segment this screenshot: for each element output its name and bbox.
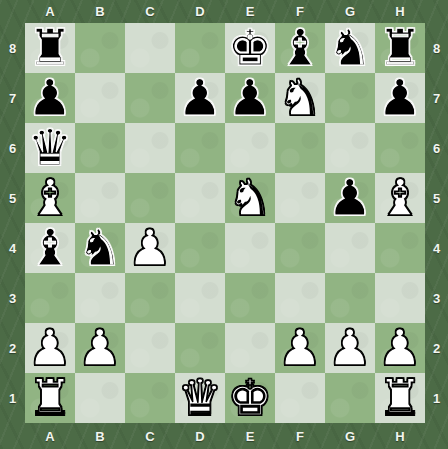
square-b2[interactable]: ♟︎: [75, 323, 125, 373]
white-bishop[interactable]: ♝︎: [378, 173, 423, 223]
file-label-c-top: C: [125, 0, 175, 23]
square-g8[interactable]: ♞︎: [325, 23, 375, 73]
square-g2[interactable]: ♟︎: [325, 323, 375, 373]
square-d7[interactable]: ♟︎: [175, 73, 225, 123]
square-e3[interactable]: [225, 273, 275, 323]
square-f8[interactable]: ♝︎: [275, 23, 325, 73]
square-c3[interactable]: [125, 273, 175, 323]
square-c8[interactable]: [125, 23, 175, 73]
black-pawn[interactable]: ♟︎: [228, 73, 273, 123]
square-c5[interactable]: [125, 173, 175, 223]
square-d3[interactable]: [175, 273, 225, 323]
black-pawn[interactable]: ♟︎: [378, 73, 423, 123]
square-a7[interactable]: ♟︎: [25, 73, 75, 123]
square-f2[interactable]: ♟︎: [275, 323, 325, 373]
square-d5[interactable]: [175, 173, 225, 223]
black-pawn[interactable]: ♟︎: [328, 173, 373, 223]
white-pawn[interactable]: ♟︎: [28, 323, 73, 373]
square-c2[interactable]: [125, 323, 175, 373]
file-label-d-top: D: [175, 0, 225, 23]
square-d4[interactable]: [175, 223, 225, 273]
black-knight[interactable]: ♞︎: [78, 223, 123, 273]
square-b7[interactable]: [75, 73, 125, 123]
black-rook[interactable]: ♜︎: [378, 23, 423, 73]
black-king[interactable]: ♚︎: [228, 23, 273, 73]
square-h1[interactable]: ♜︎: [375, 373, 425, 423]
chessboard: ABCDEFGH8♜︎♚︎♝︎♞︎♜︎87♟︎♟︎♟︎♞︎♟︎76♛︎65♝︎♞…: [0, 0, 448, 449]
white-knight[interactable]: ♞︎: [278, 73, 323, 123]
rank-label-2-right: 2: [425, 323, 448, 373]
square-a1[interactable]: ♜︎: [25, 373, 75, 423]
rank-label-7-right: 7: [425, 73, 448, 123]
square-b6[interactable]: [75, 123, 125, 173]
square-b8[interactable]: [75, 23, 125, 73]
white-rook[interactable]: ♜︎: [28, 373, 73, 423]
rank-label-5-right: 5: [425, 173, 448, 223]
square-h4[interactable]: [375, 223, 425, 273]
black-knight[interactable]: ♞︎: [328, 23, 373, 73]
square-e6[interactable]: [225, 123, 275, 173]
square-g3[interactable]: [325, 273, 375, 323]
square-a4[interactable]: ♝︎: [25, 223, 75, 273]
rank-label-1-right: 1: [425, 373, 448, 423]
rank-label-6-left: 6: [0, 123, 25, 173]
square-g7[interactable]: [325, 73, 375, 123]
white-king[interactable]: ♚︎: [228, 373, 273, 423]
square-b3[interactable]: [75, 273, 125, 323]
rank-label-6-right: 6: [425, 123, 448, 173]
frame-corner: [425, 423, 448, 449]
square-d8[interactable]: [175, 23, 225, 73]
square-h5[interactable]: ♝︎: [375, 173, 425, 223]
white-rook[interactable]: ♜︎: [378, 373, 423, 423]
frame-corner: [0, 423, 25, 449]
square-h6[interactable]: [375, 123, 425, 173]
square-g1[interactable]: [325, 373, 375, 423]
white-pawn[interactable]: ♟︎: [278, 323, 323, 373]
square-c4[interactable]: ♟︎: [125, 223, 175, 273]
frame-corner: [425, 0, 448, 23]
square-e1[interactable]: ♚︎: [225, 373, 275, 423]
black-bishop[interactable]: ♝︎: [28, 223, 73, 273]
square-f4[interactable]: [275, 223, 325, 273]
square-h3[interactable]: [375, 273, 425, 323]
white-queen[interactable]: ♛︎: [178, 373, 223, 423]
rank-label-2-left: 2: [0, 323, 25, 373]
rank-label-5-left: 5: [0, 173, 25, 223]
file-label-b-top: B: [75, 0, 125, 23]
square-d6[interactable]: [175, 123, 225, 173]
square-h8[interactable]: ♜︎: [375, 23, 425, 73]
square-d2[interactable]: [175, 323, 225, 373]
white-pawn[interactable]: ♟︎: [128, 223, 173, 273]
square-a2[interactable]: ♟︎: [25, 323, 75, 373]
square-g5[interactable]: ♟︎: [325, 173, 375, 223]
rank-label-8-right: 8: [425, 23, 448, 73]
square-e2[interactable]: [225, 323, 275, 373]
square-a3[interactable]: [25, 273, 75, 323]
square-b1[interactable]: [75, 373, 125, 423]
square-d1[interactable]: ♛︎: [175, 373, 225, 423]
black-bishop[interactable]: ♝︎: [278, 23, 323, 73]
square-a8[interactable]: ♜︎: [25, 23, 75, 73]
rank-label-3-right: 3: [425, 273, 448, 323]
white-pawn[interactable]: ♟︎: [378, 323, 423, 373]
square-e4[interactable]: [225, 223, 275, 273]
square-a6[interactable]: ♛︎: [25, 123, 75, 173]
rank-label-7-left: 7: [0, 73, 25, 123]
square-b5[interactable]: [75, 173, 125, 223]
white-knight[interactable]: ♞︎: [228, 173, 273, 223]
file-label-g-bottom: G: [325, 423, 375, 449]
square-f5[interactable]: [275, 173, 325, 223]
file-label-f-bottom: F: [275, 423, 325, 449]
square-f3[interactable]: [275, 273, 325, 323]
rank-label-3-left: 3: [0, 273, 25, 323]
square-e7[interactable]: ♟︎: [225, 73, 275, 123]
black-pawn[interactable]: ♟︎: [178, 73, 223, 123]
black-pawn[interactable]: ♟︎: [28, 73, 73, 123]
white-pawn[interactable]: ♟︎: [78, 323, 123, 373]
rank-label-1-left: 1: [0, 373, 25, 423]
square-g6[interactable]: [325, 123, 375, 173]
square-g4[interactable]: [325, 223, 375, 273]
black-rook[interactable]: ♜︎: [28, 23, 73, 73]
rank-label-4-left: 4: [0, 223, 25, 273]
file-label-c-bottom: C: [125, 423, 175, 449]
white-bishop[interactable]: ♝︎: [28, 173, 73, 223]
frame-corner: [0, 0, 25, 23]
rank-label-4-right: 4: [425, 223, 448, 273]
rank-label-8-left: 8: [0, 23, 25, 73]
white-pawn[interactable]: ♟︎: [328, 323, 373, 373]
square-f1[interactable]: [275, 373, 325, 423]
square-h2[interactable]: ♟︎: [375, 323, 425, 373]
file-label-b-bottom: B: [75, 423, 125, 449]
square-e8[interactable]: ♚︎: [225, 23, 275, 73]
black-queen[interactable]: ♛︎: [28, 123, 73, 173]
square-e5[interactable]: ♞︎: [225, 173, 275, 223]
square-c1[interactable]: [125, 373, 175, 423]
square-f6[interactable]: [275, 123, 325, 173]
square-b4[interactable]: ♞︎: [75, 223, 125, 273]
square-c7[interactable]: [125, 73, 175, 123]
square-h7[interactable]: ♟︎: [375, 73, 425, 123]
square-f7[interactable]: ♞︎: [275, 73, 325, 123]
square-c6[interactable]: [125, 123, 175, 173]
square-a5[interactable]: ♝︎: [25, 173, 75, 223]
